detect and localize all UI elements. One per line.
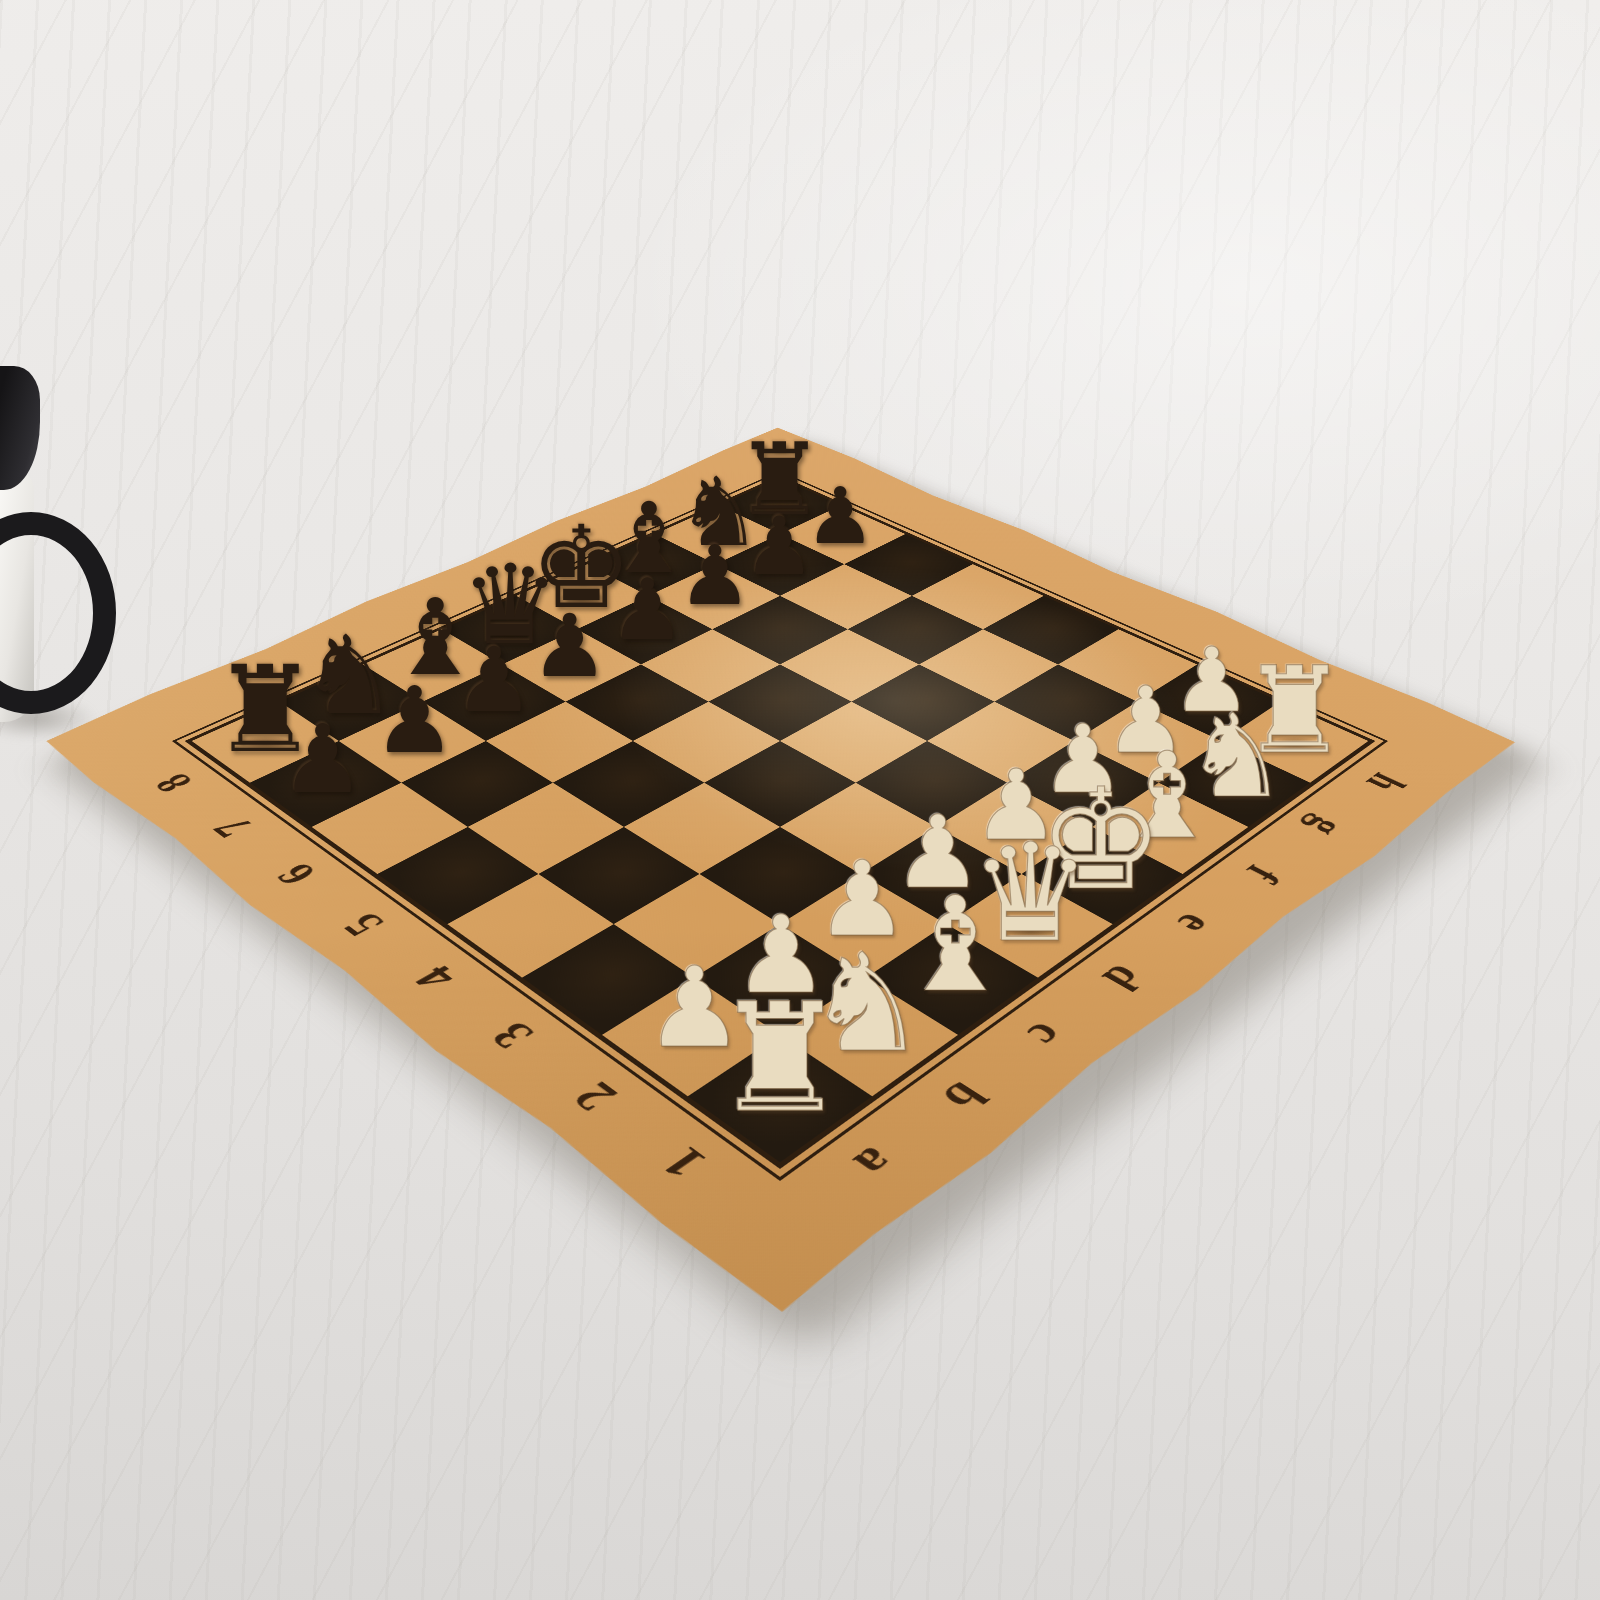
product-photo-scene: 87654321 hgfedcba ♜♞♝♛♚♝♞♜♟♟♟♟♟♟♟♟♟♟♟♟♟♟… [0,0,1600,1600]
mug-handle [0,512,116,714]
mug-rim [0,366,40,490]
